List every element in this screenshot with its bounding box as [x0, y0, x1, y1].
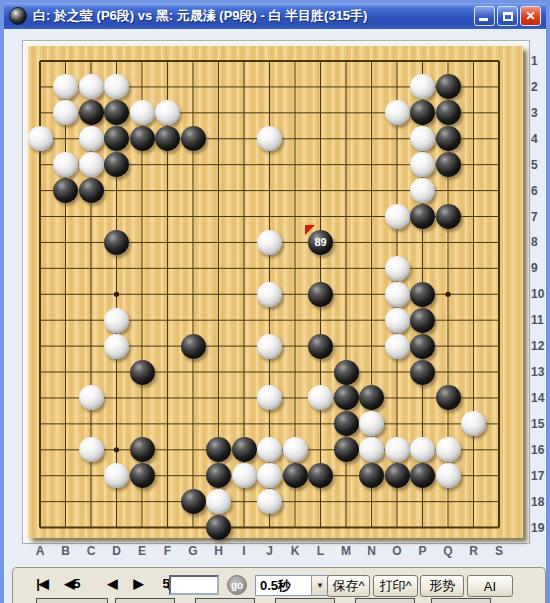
column-label-K: K: [286, 544, 304, 558]
partial-button: [431, 598, 491, 603]
column-label-N: N: [363, 544, 381, 558]
row-label-19: 19: [531, 521, 550, 535]
stone-black-E16: [130, 437, 155, 462]
stone-white-Q17: [436, 463, 461, 488]
stone-black-Q7: [436, 204, 461, 229]
delay-value: 0.5秒: [256, 576, 311, 595]
stone-black-G18: [181, 489, 206, 514]
nav-forward-button[interactable]: ▶: [123, 576, 153, 591]
column-label-E: E: [133, 544, 151, 558]
stone-white-O12: [385, 334, 410, 359]
stone-white-C5: [79, 152, 104, 177]
stone-white-O16: [385, 437, 410, 462]
stone-black-C6: [79, 178, 104, 203]
column-labels: ABCDEFGHIJKLMNOPQRS: [4, 544, 546, 558]
stone-white-A4: [28, 126, 53, 151]
stone-black-G4: [181, 126, 206, 151]
column-label-A: A: [31, 544, 49, 558]
stone-white-H18: [206, 489, 231, 514]
stone-black-P11: [410, 308, 435, 333]
partial-button: [115, 598, 175, 603]
stone-black-B6: [53, 178, 78, 203]
stone-black-E13: [130, 360, 155, 385]
move-number-label: 89: [308, 230, 333, 255]
stone-black-M14: [334, 385, 359, 410]
stone-black-O17: [385, 463, 410, 488]
chevron-down-icon[interactable]: ▼: [311, 576, 328, 595]
stone-white-C4: [79, 126, 104, 151]
row-label-16: 16: [531, 443, 550, 457]
stone-black-M13: [334, 360, 359, 385]
row-label-1: 1: [531, 54, 550, 68]
title-bar[interactable]: 白: 於之莹 (P6段) vs 黑: 元晟溱 (P9段) - 白 半目胜(315…: [4, 0, 546, 29]
row-label-14: 14: [531, 391, 550, 405]
save-button[interactable]: 保存^: [327, 575, 370, 597]
column-label-C: C: [82, 544, 100, 558]
go-board[interactable]: 89: [28, 46, 523, 538]
column-label-B: B: [57, 544, 75, 558]
window-title: 白: 於之莹 (P6段) vs 黑: 元晟溱 (P9段) - 白 半目胜(315…: [33, 7, 474, 25]
maximize-button[interactable]: [497, 6, 518, 26]
partial-button: [355, 598, 415, 603]
stone-white-K16: [283, 437, 308, 462]
stone-white-D12: [104, 334, 129, 359]
row-label-15: 15: [531, 417, 550, 431]
stone-black-P7: [410, 204, 435, 229]
stone-white-C16: [79, 437, 104, 462]
stone-black-D5: [104, 152, 129, 177]
column-label-Q: Q: [439, 544, 457, 558]
partial-button: [275, 598, 335, 603]
stone-white-C2: [79, 74, 104, 99]
row-labels: 12345678910111213141516171819: [531, 0, 550, 603]
stone-black-G12: [181, 334, 206, 359]
stone-white-J18: [257, 489, 282, 514]
stone-black-M15: [334, 411, 359, 436]
go-button[interactable]: go: [227, 575, 247, 595]
stone-black-M16: [334, 437, 359, 462]
column-label-D: D: [108, 544, 126, 558]
stone-black-P13: [410, 360, 435, 385]
column-label-M: M: [337, 544, 355, 558]
ai-button[interactable]: AI: [467, 575, 513, 597]
column-label-G: G: [184, 544, 202, 558]
stone-black-Q14: [436, 385, 461, 410]
row-label-13: 13: [531, 365, 550, 379]
partial-button: [195, 598, 255, 603]
stone-white-O11: [385, 308, 410, 333]
stone-black-Q5: [436, 152, 461, 177]
stone-white-Q16: [436, 437, 461, 462]
partial-button: [36, 598, 108, 603]
situation-button[interactable]: 形势: [420, 575, 464, 597]
stone-white-P5: [410, 152, 435, 177]
column-label-S: S: [490, 544, 508, 558]
stone-black-I16: [232, 437, 257, 462]
minimize-button[interactable]: [474, 6, 495, 26]
column-label-I: I: [235, 544, 253, 558]
column-label-P: P: [414, 544, 432, 558]
stone-white-I17: [232, 463, 257, 488]
row-label-17: 17: [531, 469, 550, 483]
stone-black-E4: [130, 126, 155, 151]
column-label-H: H: [210, 544, 228, 558]
stone-white-E3: [130, 100, 155, 125]
column-label-J: J: [261, 544, 279, 558]
stone-black-L12: [308, 334, 333, 359]
nav-first-button[interactable]: |◀: [27, 576, 57, 591]
row-label-6: 6: [531, 184, 550, 198]
move-number-input[interactable]: [169, 575, 219, 595]
stone-black-K17: [283, 463, 308, 488]
stone-black-P12: [410, 334, 435, 359]
stone-black-L10: [308, 282, 333, 307]
row-label-10: 10: [531, 287, 550, 301]
stone-white-B5: [53, 152, 78, 177]
stone-black-move-89: 89: [308, 230, 333, 255]
stone-white-O3: [385, 100, 410, 125]
stone-white-J12: [257, 334, 282, 359]
column-label-L: L: [312, 544, 330, 558]
stone-black-C3: [79, 100, 104, 125]
row-label-3: 3: [531, 106, 550, 120]
row-label-18: 18: [531, 495, 550, 509]
stone-black-Q4: [436, 126, 461, 151]
row-label-12: 12: [531, 339, 550, 353]
print-button[interactable]: 打印^: [373, 575, 418, 597]
row-label-5: 5: [531, 158, 550, 172]
stone-white-J8: [257, 230, 282, 255]
stone-black-D8: [104, 230, 129, 255]
row-label-7: 7: [531, 210, 550, 224]
row-label-2: 2: [531, 80, 550, 94]
stone-white-P6: [410, 178, 435, 203]
column-label-R: R: [465, 544, 483, 558]
stone-black-Q2: [436, 74, 461, 99]
stone-white-O7: [385, 204, 410, 229]
row-label-11: 11: [531, 313, 550, 327]
stone-black-H19: [206, 515, 231, 540]
row-label-9: 9: [531, 261, 550, 275]
minimize-icon: [479, 18, 488, 21]
row-label-4: 4: [531, 132, 550, 146]
stone-white-O10: [385, 282, 410, 307]
delay-dropdown[interactable]: 0.5秒 ▼: [255, 575, 329, 596]
stone-white-C14: [79, 385, 104, 410]
stone-black-P10: [410, 282, 435, 307]
column-label-O: O: [388, 544, 406, 558]
stone-white-J10: [257, 282, 282, 307]
stone-white-D11: [104, 308, 129, 333]
row-label-8: 8: [531, 235, 550, 249]
nav-back-5-button[interactable]: ◀5: [57, 576, 87, 591]
column-label-F: F: [159, 544, 177, 558]
stone-white-O9: [385, 256, 410, 281]
window: 白: 於之莹 (P6段) vs 黑: 元晟溱 (P9段) - 白 半目胜(315…: [0, 0, 550, 603]
maximize-icon: [503, 12, 513, 21]
stone-black-Q3: [436, 100, 461, 125]
app-icon-go-stone: [9, 7, 27, 25]
stone-black-E17: [130, 463, 155, 488]
